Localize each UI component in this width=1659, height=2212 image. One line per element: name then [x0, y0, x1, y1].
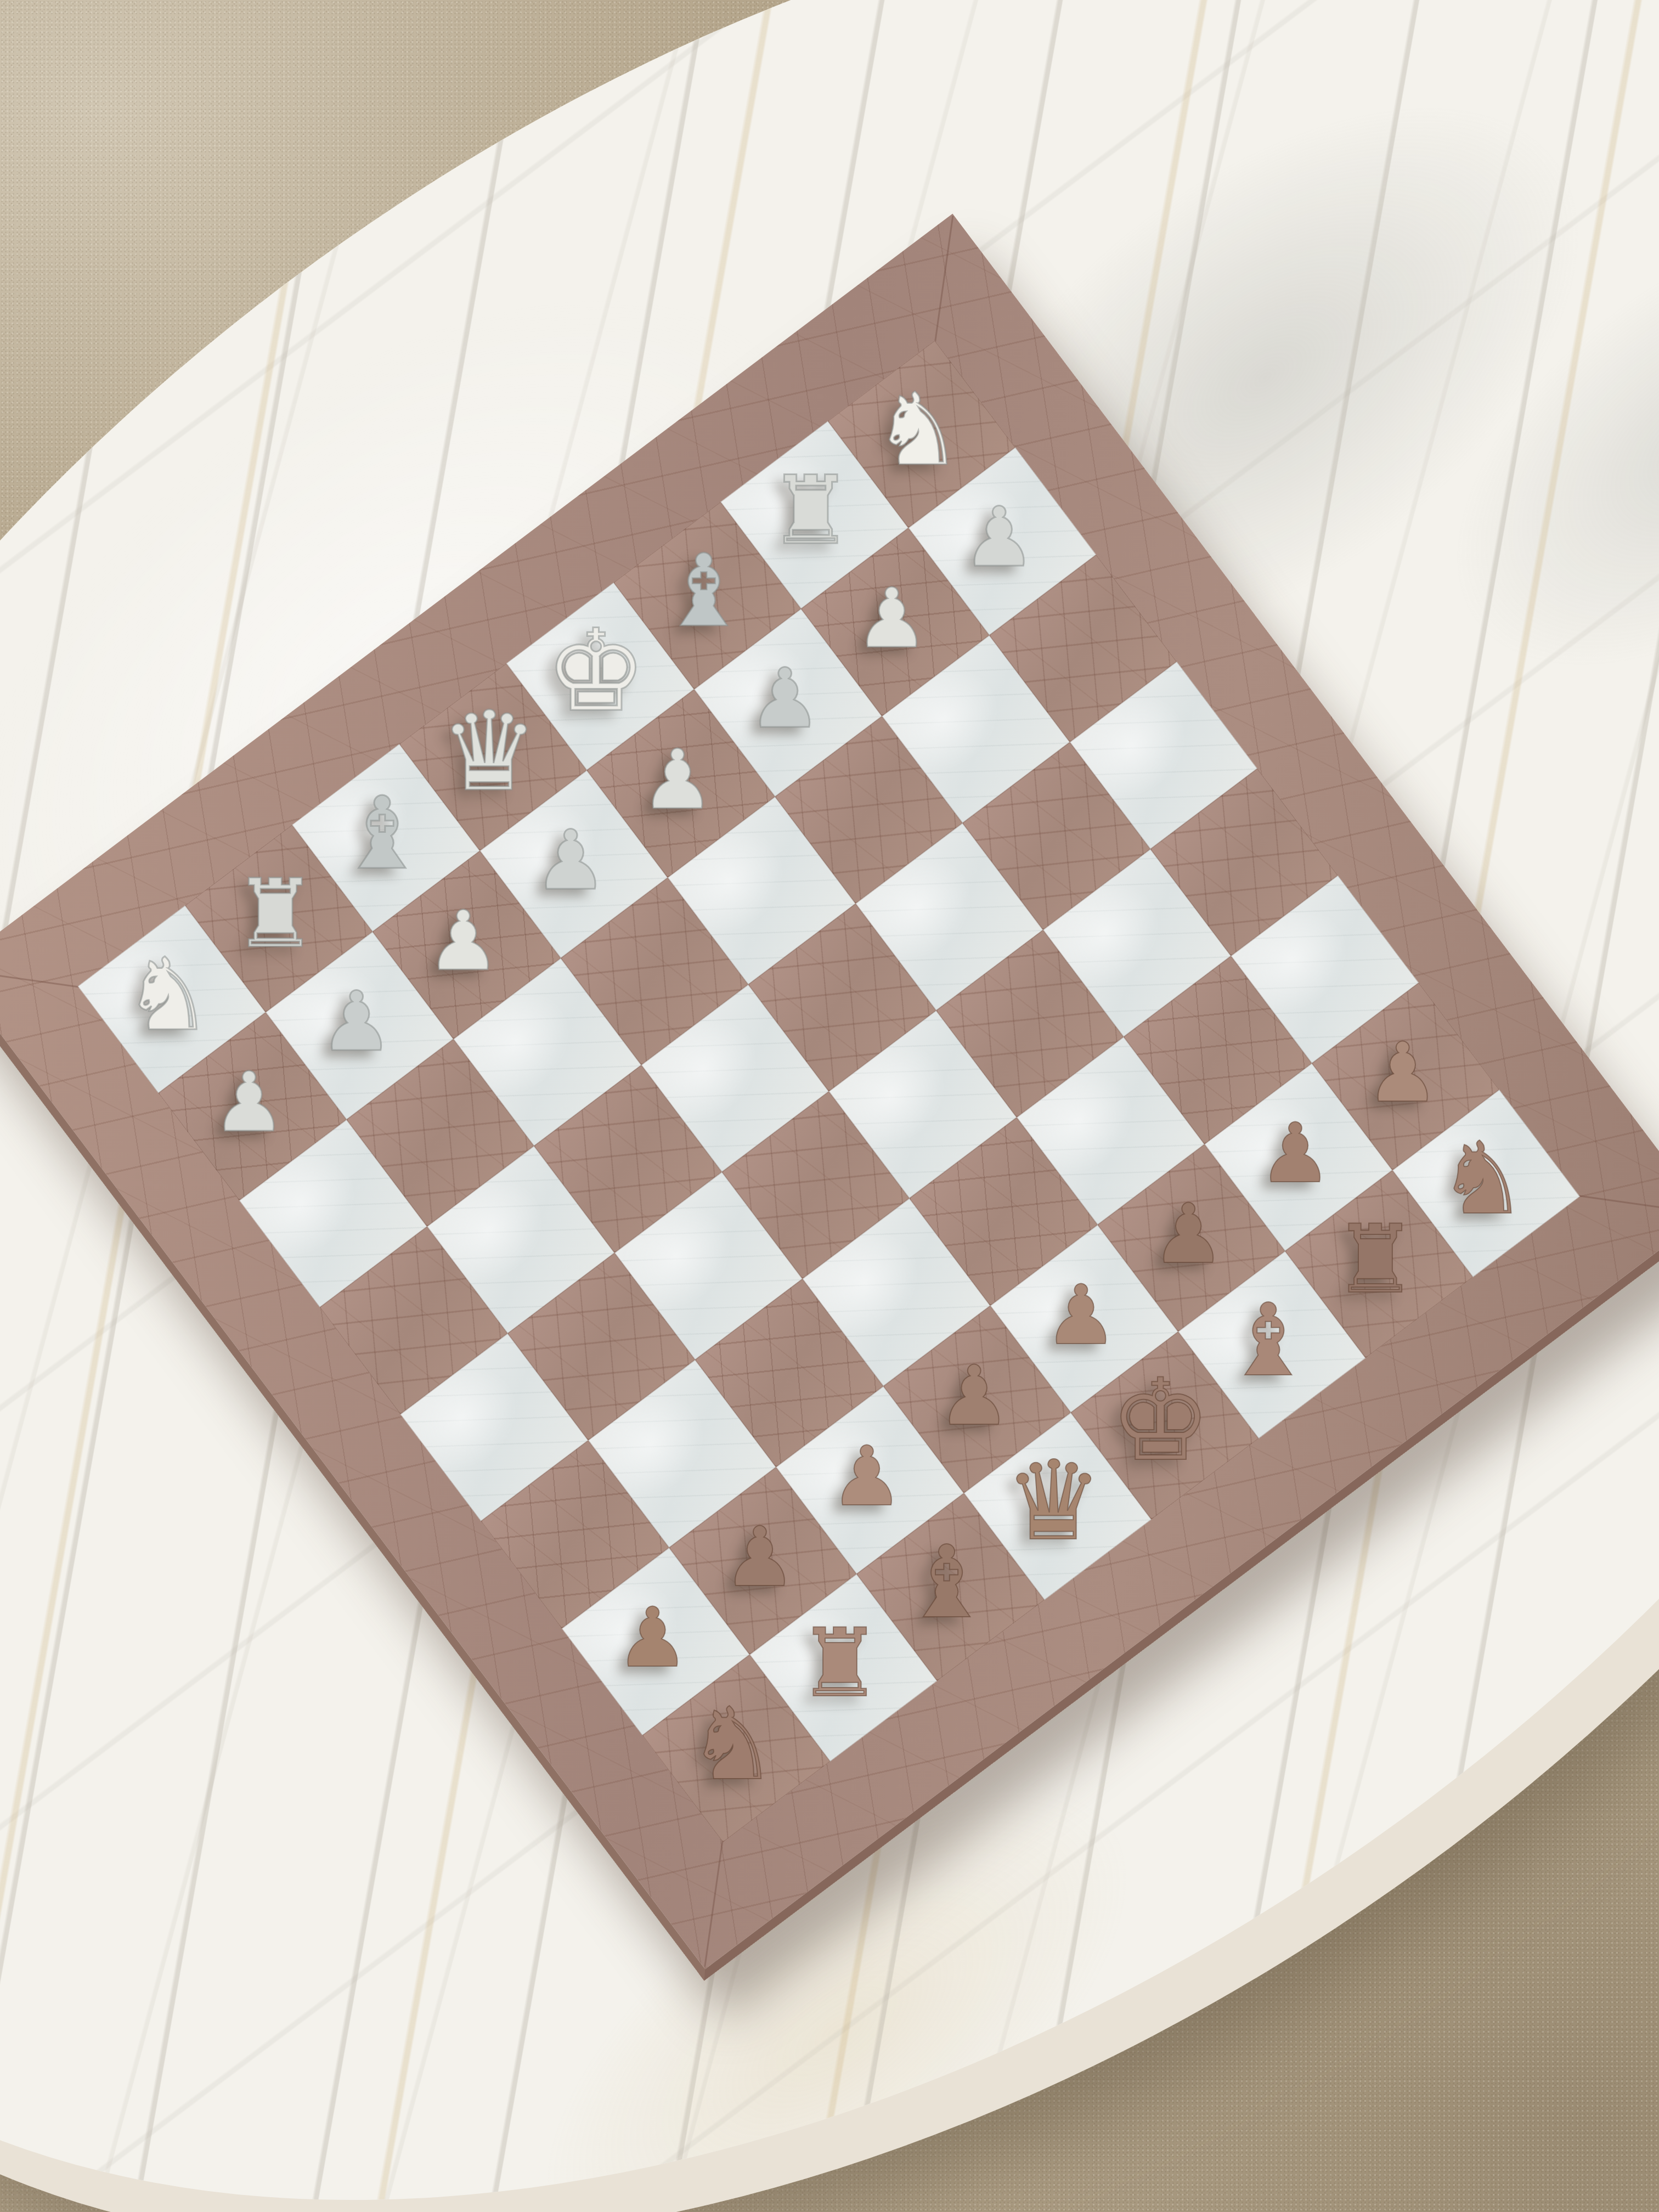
- brown-king-e8: ♚: [1110, 1364, 1211, 1477]
- white-knight-h1: ♞: [873, 380, 963, 479]
- brown-bishop-c8: ♝: [902, 1532, 991, 1632]
- brown-rook-b8: ♜: [798, 1616, 882, 1711]
- brown-pawn-b7: ♟: [723, 1516, 796, 1598]
- frame-miter-seam: [934, 216, 954, 343]
- white-rook-g1: ♜: [769, 464, 853, 558]
- brown-pawn-d7: ♟: [937, 1354, 1011, 1436]
- white-pawn-b2: ♟: [319, 980, 393, 1063]
- brown-pawn-e7: ♟: [1044, 1273, 1118, 1356]
- brown-knight-h8: ♞: [1438, 1128, 1527, 1228]
- frame-miter-seam: [1577, 1195, 1659, 1215]
- brown-knight-a8: ♞: [688, 1694, 777, 1793]
- brown-bishop-f8: ♝: [1223, 1290, 1313, 1390]
- white-pawn-f2: ♟: [748, 658, 822, 740]
- brown-pawn-h7: ♟: [1365, 1031, 1439, 1114]
- white-bishop-f1: ♝: [659, 541, 748, 641]
- white-bishop-c1: ♝: [337, 783, 427, 883]
- white-pawn-g2: ♟: [855, 577, 929, 659]
- white-queen-d1: ♛: [440, 697, 538, 807]
- white-rook-b1: ♜: [233, 867, 318, 961]
- white-pawn-e2: ♟: [641, 738, 714, 821]
- frame-miter-seam: [0, 968, 81, 988]
- white-king-e1: ♚: [545, 614, 647, 727]
- white-pawn-h2: ♟: [962, 496, 1036, 579]
- brown-queen-d8: ♛: [1005, 1446, 1103, 1556]
- frame-miter-seam: [704, 1839, 724, 1967]
- brown-pawn-a7: ♟: [616, 1596, 689, 1679]
- brown-pawn-f7: ♟: [1152, 1193, 1225, 1275]
- brown-rook-g8: ♜: [1333, 1212, 1418, 1307]
- brown-pawn-c7: ♟: [830, 1435, 904, 1517]
- brown-pawn-g7: ♟: [1259, 1112, 1332, 1194]
- white-pawn-c2: ♟: [427, 900, 500, 982]
- white-pawn-d2: ♟: [534, 819, 607, 901]
- white-pawn-a2: ♟: [212, 1062, 286, 1144]
- white-knight-a1: ♞: [123, 945, 213, 1045]
